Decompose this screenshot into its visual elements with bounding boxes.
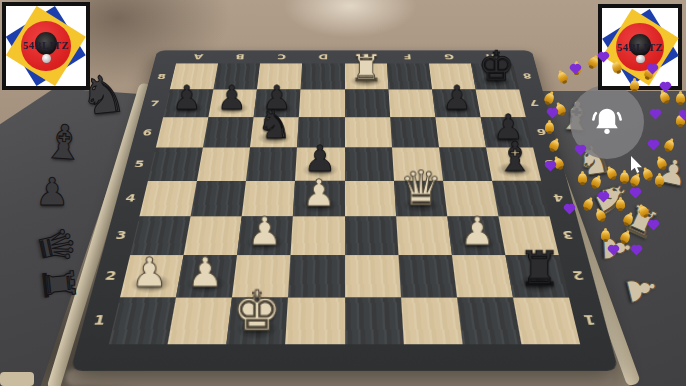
square-e3[interactable] xyxy=(345,216,399,255)
square-g6[interactable] xyxy=(435,117,486,147)
frame-bottom xyxy=(521,344,586,371)
file-label-top-g: G xyxy=(427,50,471,63)
square-e5[interactable] xyxy=(345,148,394,181)
logo-badge-top-left: 54BLITZ xyxy=(2,2,90,90)
square-f1[interactable] xyxy=(401,297,463,344)
square-c1[interactable]: ♚ xyxy=(227,297,289,344)
captured-white-pawn: ♟ xyxy=(597,231,634,265)
square-h4[interactable] xyxy=(492,181,550,217)
piece-black-rook[interactable]: ♜ xyxy=(507,247,573,292)
square-e4[interactable] xyxy=(345,181,396,217)
square-b5[interactable] xyxy=(197,148,250,181)
square-e2[interactable] xyxy=(345,255,401,298)
square-a5[interactable] xyxy=(148,148,203,181)
square-h5[interactable]: ♝ xyxy=(486,148,541,181)
piece-white-king[interactable]: ♚ xyxy=(222,286,291,338)
piece-white-pawn[interactable]: ♟ xyxy=(289,176,349,211)
square-d3[interactable] xyxy=(291,216,345,255)
logo-text: 54BLITZ xyxy=(6,40,86,51)
square-h2[interactable]: ♜ xyxy=(505,255,569,298)
notification-bell-button[interactable] xyxy=(570,85,644,159)
file-label-top-a: A xyxy=(176,50,220,63)
logo-white-ball xyxy=(42,54,51,63)
square-f7[interactable] xyxy=(388,89,435,117)
frame-bottom xyxy=(102,344,167,371)
square-f4[interactable]: ♛ xyxy=(394,181,447,217)
square-g3[interactable]: ♟ xyxy=(447,216,505,255)
piece-black-knight[interactable]: ♞ xyxy=(246,107,301,144)
frame-bottom xyxy=(163,344,227,371)
file-label-top-d: D xyxy=(302,50,344,63)
frame-bottom xyxy=(462,344,526,371)
square-e6[interactable] xyxy=(345,117,392,147)
file-label-top-c: C xyxy=(260,50,303,63)
square-a1[interactable] xyxy=(109,297,176,344)
logo-badge-top-right: 54BLITZ xyxy=(598,4,682,90)
piece-black-pawn[interactable]: ♟ xyxy=(431,83,484,114)
board-scene: ABCDEFGH8♜♚87♟♟♟♟76♞♟65♟♝54♟♛43♟♟32♟♟♜21… xyxy=(70,50,618,370)
piece-black-king[interactable]: ♚ xyxy=(471,48,522,87)
square-d7[interactable] xyxy=(299,89,344,117)
frame-bottom xyxy=(345,344,406,371)
piece-white-queen[interactable]: ♛ xyxy=(391,166,451,211)
square-e8[interactable]: ♜ xyxy=(345,63,389,89)
captured-black-bishop: ♝ xyxy=(41,117,86,167)
chess-board: ABCDEFGH8♜♚87♟♟♟♟76♞♟65♟♝54♟♛43♟♟32♟♟♜21… xyxy=(70,50,618,370)
logo-text: 54BLITZ xyxy=(602,42,678,53)
square-d1[interactable] xyxy=(286,297,345,344)
square-g7[interactable]: ♟ xyxy=(432,89,481,117)
square-c3[interactable]: ♟ xyxy=(237,216,293,255)
file-label-top-f: F xyxy=(386,50,429,63)
frame-bottom xyxy=(403,344,465,371)
square-g1[interactable] xyxy=(457,297,522,344)
piece-white-pawn[interactable]: ♟ xyxy=(233,213,296,250)
file-label-top-b: B xyxy=(218,50,262,63)
square-d2[interactable] xyxy=(288,255,344,298)
square-e7[interactable] xyxy=(345,89,390,117)
logo-white-ball xyxy=(636,55,644,64)
piece-white-pawn[interactable]: ♟ xyxy=(446,213,509,250)
chess-app-screen: { "game": "chess", "app": {"view": "3d-p… xyxy=(0,0,686,386)
captured-white-pawn: ♟ xyxy=(655,152,686,192)
square-f2[interactable] xyxy=(398,255,457,298)
piece-black-bishop[interactable]: ♝ xyxy=(487,138,545,177)
square-d4[interactable]: ♟ xyxy=(293,181,344,217)
square-b4[interactable] xyxy=(191,181,247,217)
square-f8[interactable] xyxy=(387,63,432,89)
captured-black-pawn: ♟ xyxy=(35,173,69,211)
square-g2[interactable] xyxy=(452,255,513,298)
piece-white-rook[interactable]: ♜ xyxy=(341,51,392,86)
frame-bottom xyxy=(284,344,345,371)
frame-bottom xyxy=(223,344,285,371)
square-d8[interactable] xyxy=(301,63,345,89)
square-f3[interactable] xyxy=(396,216,452,255)
square-a4[interactable] xyxy=(139,181,197,217)
captured-white-pawn: ♟ xyxy=(620,269,663,309)
bell-icon xyxy=(588,103,626,141)
captured-black-rook: ♜ xyxy=(35,263,81,305)
square-e1[interactable] xyxy=(345,297,404,344)
square-a6[interactable] xyxy=(156,117,209,147)
square-f6[interactable] xyxy=(390,117,439,147)
